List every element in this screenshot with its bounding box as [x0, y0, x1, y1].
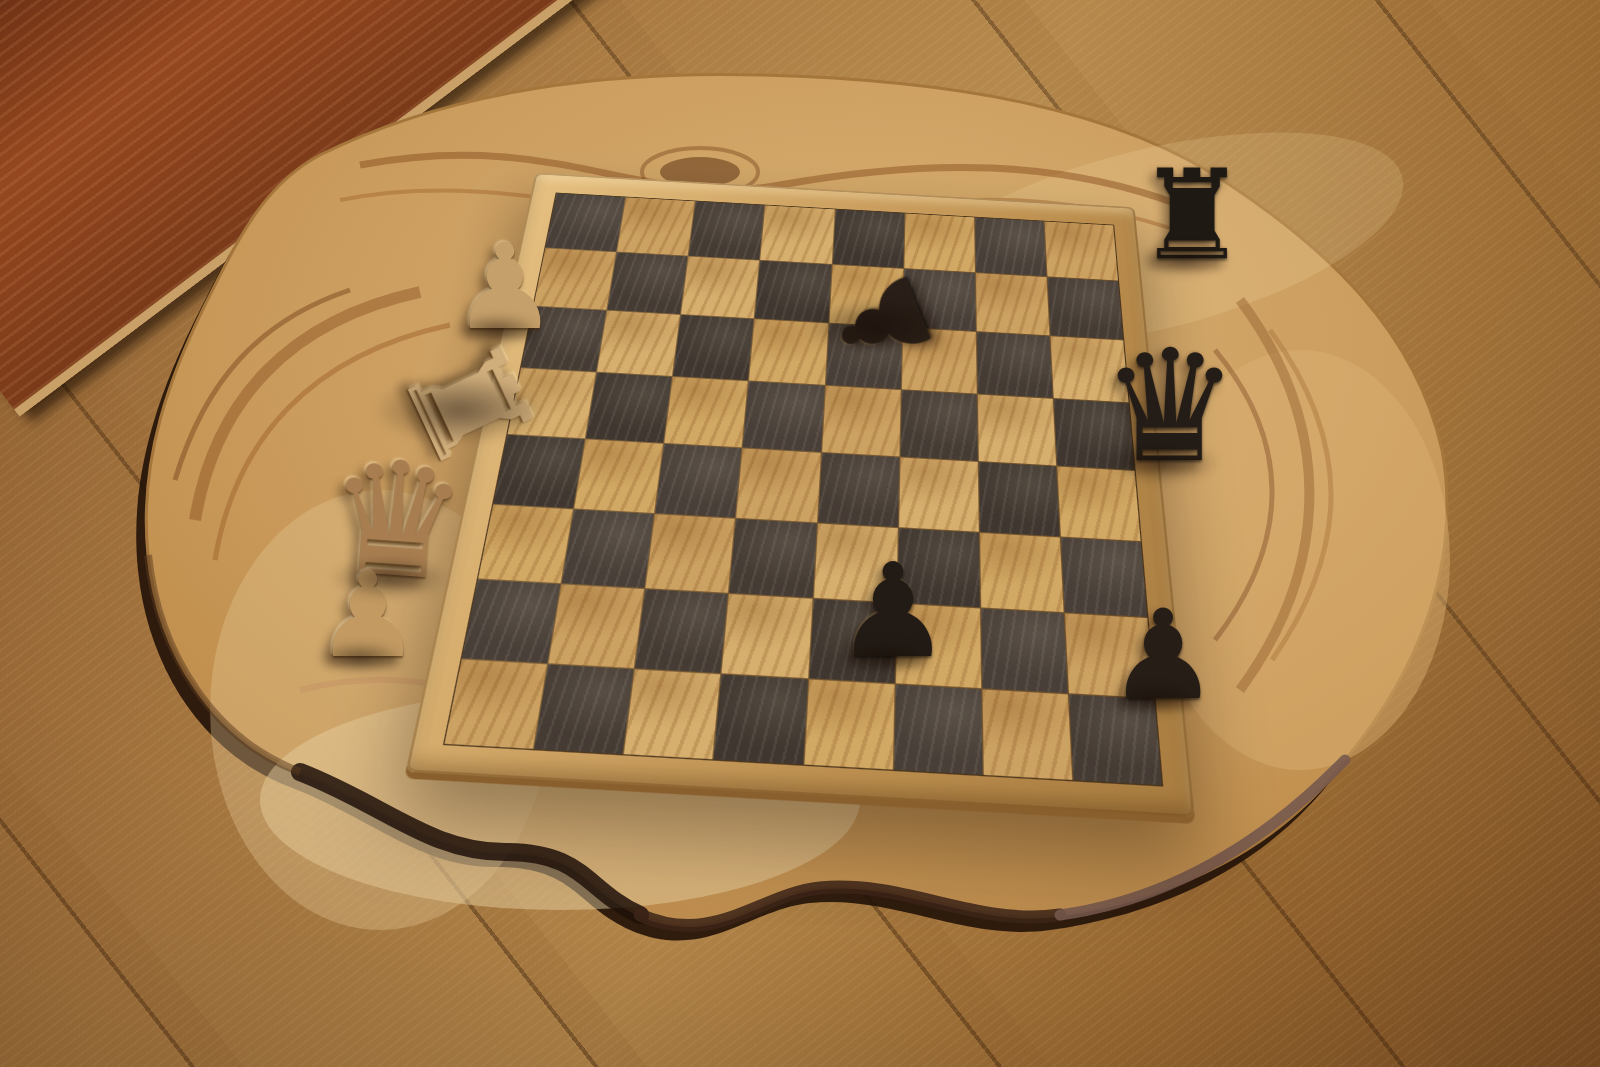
black-rook-h8-shadow [1138, 243, 1231, 276]
white-pawn-lower-left-shadow [316, 642, 405, 674]
black-pawn-h2-shadow [1109, 683, 1202, 716]
black-pawn-f2-shadow [836, 640, 934, 675]
white-rook-fallen-left-shadow [373, 375, 548, 445]
black-pawn-fallen-e7-shadow [804, 298, 944, 354]
pieces-layer: ♟♜♛♟♜♛♟♟♟ [0, 0, 1600, 1067]
scene: ♟♜♛♟♜♛♟♟♟ [0, 0, 1600, 1067]
white-queen-left-shadow [329, 556, 448, 599]
black-queen-h5-shadow [1104, 442, 1220, 484]
white-pawn-upper-left-shadow [452, 314, 541, 346]
